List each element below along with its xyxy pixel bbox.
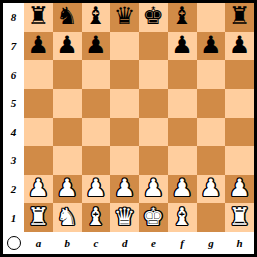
square-c7[interactable]: ♟ (82, 32, 111, 61)
square-h8[interactable]: ♜ (225, 3, 254, 32)
square-h1[interactable]: ♜ (225, 203, 254, 232)
square-b6[interactable] (53, 60, 82, 89)
square-f7[interactable]: ♟ (168, 32, 197, 61)
square-a8[interactable]: ♜ (24, 3, 53, 32)
square-f1[interactable]: ♝ (168, 203, 197, 232)
square-f5[interactable] (168, 89, 197, 118)
square-c4[interactable] (82, 118, 111, 147)
square-b4[interactable] (53, 118, 82, 147)
file-label-h: h (225, 232, 254, 254)
square-c6[interactable] (82, 60, 111, 89)
square-f6[interactable] (168, 60, 197, 89)
rank-label-5: 5 (3, 89, 24, 118)
square-f8[interactable]: ♝ (168, 3, 197, 32)
piece-white-pawn[interactable]: ♟ (229, 176, 251, 200)
square-g2[interactable]: ♟ (197, 175, 226, 204)
rank-label-8: 8 (3, 3, 24, 32)
piece-black-pawn[interactable]: ♟ (229, 33, 251, 57)
piece-white-queen[interactable]: ♛ (114, 205, 136, 229)
piece-white-rook[interactable]: ♜ (28, 205, 50, 229)
square-f3[interactable] (168, 146, 197, 175)
square-e1[interactable]: ♚ (139, 203, 168, 232)
piece-white-pawn[interactable]: ♟ (200, 176, 222, 200)
square-b3[interactable] (53, 146, 82, 175)
square-f2[interactable]: ♟ (168, 175, 197, 204)
file-label-b: b (53, 232, 82, 254)
white-to-move-indicator-icon (7, 236, 21, 250)
square-b2[interactable]: ♟ (53, 175, 82, 204)
square-c8[interactable]: ♝ (82, 3, 111, 32)
square-c2[interactable]: ♟ (82, 175, 111, 204)
piece-white-pawn[interactable]: ♟ (56, 176, 78, 200)
square-g8[interactable] (197, 3, 226, 32)
square-a7[interactable]: ♟ (24, 32, 53, 61)
rank-label-3: 3 (3, 146, 24, 175)
square-e2[interactable]: ♟ (139, 175, 168, 204)
square-f4[interactable] (168, 118, 197, 147)
piece-black-bishop[interactable]: ♝ (85, 4, 107, 28)
square-g5[interactable] (197, 89, 226, 118)
square-b8[interactable]: ♞ (53, 3, 82, 32)
square-g4[interactable] (197, 118, 226, 147)
square-d8[interactable]: ♛ (110, 3, 139, 32)
square-c5[interactable] (82, 89, 111, 118)
square-a2[interactable]: ♟ (24, 175, 53, 204)
square-b7[interactable]: ♟ (53, 32, 82, 61)
piece-white-bishop[interactable]: ♝ (85, 205, 107, 229)
chess-board: ♜♞♝♛♚♝♜♟♟♟♟♟♟♟♟♟♟♟♟♟♟♜♞♝♛♚♝♜ (24, 3, 254, 232)
square-b1[interactable]: ♞ (53, 203, 82, 232)
side-to-move-cell (3, 232, 24, 254)
chess-diagram: 87654321 ♜♞♝♛♚♝♜♟♟♟♟♟♟♟♟♟♟♟♟♟♟♜♞♝♛♚♝♜ ab… (0, 0, 257, 257)
file-label-a: a (24, 232, 53, 254)
square-e6[interactable] (139, 60, 168, 89)
file-labels: abcdefgh (24, 232, 254, 254)
piece-black-rook[interactable]: ♜ (229, 4, 251, 28)
piece-black-pawn[interactable]: ♟ (56, 33, 78, 57)
file-label-c: c (82, 232, 111, 254)
file-label-e: e (139, 232, 168, 254)
square-e7[interactable] (139, 32, 168, 61)
piece-white-pawn[interactable]: ♟ (143, 176, 165, 200)
square-d5[interactable] (110, 89, 139, 118)
file-label-g: g (197, 232, 226, 254)
diagram-layout: 87654321 ♜♞♝♛♚♝♜♟♟♟♟♟♟♟♟♟♟♟♟♟♟♜♞♝♛♚♝♜ ab… (3, 3, 254, 254)
piece-white-pawn[interactable]: ♟ (85, 176, 107, 200)
rank-label-4: 4 (3, 118, 24, 147)
piece-white-pawn[interactable]: ♟ (171, 176, 193, 200)
piece-black-pawn[interactable]: ♟ (28, 33, 50, 57)
square-h2[interactable]: ♟ (225, 175, 254, 204)
piece-black-knight[interactable]: ♞ (56, 4, 78, 28)
square-e3[interactable] (139, 146, 168, 175)
square-a5[interactable] (24, 89, 53, 118)
square-g6[interactable] (197, 60, 226, 89)
piece-white-pawn[interactable]: ♟ (28, 176, 50, 200)
piece-black-pawn[interactable]: ♟ (200, 33, 222, 57)
square-a6[interactable] (24, 60, 53, 89)
piece-white-pawn[interactable]: ♟ (114, 176, 136, 200)
file-label-d: d (110, 232, 139, 254)
square-d4[interactable] (110, 118, 139, 147)
square-d7[interactable] (110, 32, 139, 61)
rank-label-7: 7 (3, 32, 24, 61)
square-d3[interactable] (110, 146, 139, 175)
square-d2[interactable]: ♟ (110, 175, 139, 204)
square-d1[interactable]: ♛ (110, 203, 139, 232)
square-b5[interactable] (53, 89, 82, 118)
square-e5[interactable] (139, 89, 168, 118)
piece-white-rook[interactable]: ♜ (229, 205, 251, 229)
piece-black-queen[interactable]: ♛ (114, 4, 136, 28)
piece-black-rook[interactable]: ♜ (28, 4, 50, 28)
piece-black-king[interactable]: ♚ (143, 4, 165, 28)
square-d6[interactable] (110, 60, 139, 89)
square-e8[interactable]: ♚ (139, 3, 168, 32)
square-g3[interactable] (197, 146, 226, 175)
square-h3[interactable] (225, 146, 254, 175)
square-c1[interactable]: ♝ (82, 203, 111, 232)
square-a3[interactable] (24, 146, 53, 175)
square-a4[interactable] (24, 118, 53, 147)
piece-black-pawn[interactable]: ♟ (85, 33, 107, 57)
piece-white-knight[interactable]: ♞ (56, 205, 78, 229)
rank-label-1: 1 (3, 203, 24, 232)
square-g7[interactable]: ♟ (197, 32, 226, 61)
square-h6[interactable] (225, 60, 254, 89)
file-label-f: f (168, 232, 197, 254)
square-h4[interactable] (225, 118, 254, 147)
square-h7[interactable]: ♟ (225, 32, 254, 61)
square-g1[interactable] (197, 203, 226, 232)
piece-white-king[interactable]: ♚ (143, 205, 165, 229)
square-h5[interactable] (225, 89, 254, 118)
piece-black-bishop[interactable]: ♝ (171, 4, 193, 28)
rank-label-2: 2 (3, 175, 24, 204)
piece-white-bishop[interactable]: ♝ (171, 205, 193, 229)
square-e4[interactable] (139, 118, 168, 147)
rank-label-6: 6 (3, 60, 24, 89)
rank-labels: 87654321 (3, 3, 24, 232)
square-a1[interactable]: ♜ (24, 203, 53, 232)
piece-black-pawn[interactable]: ♟ (171, 33, 193, 57)
square-c3[interactable] (82, 146, 111, 175)
